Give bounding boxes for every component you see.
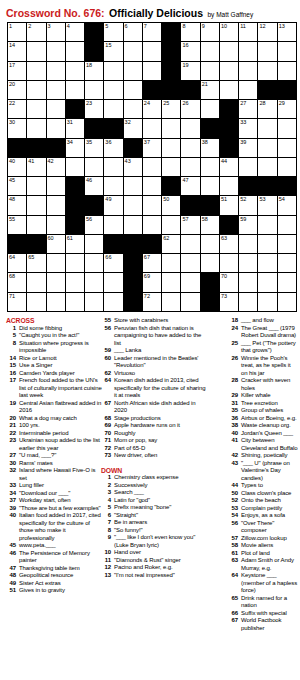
cell-number: 14: [9, 42, 15, 48]
grid-cell[interactable]: [258, 158, 277, 177]
grid-cell[interactable]: 13: [278, 23, 297, 42]
grid-cell[interactable]: [27, 196, 46, 215]
clue-across-32: 32Island where Hawaii Five-O is set: [6, 467, 102, 482]
grid-cell[interactable]: 58: [201, 216, 220, 235]
grid-cell[interactable]: 19: [181, 62, 200, 81]
clue-across-39: 39"Those are but a few examples": [6, 505, 102, 513]
clue-across-48: 48Geopolitical resource: [6, 572, 102, 580]
grid-cell[interactable]: [181, 119, 200, 138]
block-cell: [278, 177, 297, 196]
grid-cell[interactable]: [278, 62, 297, 81]
grid-cell[interactable]: [258, 254, 277, 273]
block-cell: [66, 100, 85, 119]
grid-cell[interactable]: 18: [85, 62, 104, 81]
grid-cell[interactable]: [85, 293, 104, 312]
clue-across-30: 30Rams' mates: [6, 460, 102, 468]
grid-cell[interactable]: [66, 62, 85, 81]
clue-number: 5: [6, 332, 19, 340]
grid-cell[interactable]: [143, 62, 162, 81]
clue-text: Killer whale: [241, 392, 298, 400]
grid-cell[interactable]: [47, 293, 66, 312]
grid-cell[interactable]: [239, 42, 258, 61]
cell-number: 40: [9, 158, 15, 164]
grid-cell[interactable]: 23: [85, 100, 104, 119]
grid-cell[interactable]: [104, 158, 123, 177]
clue-down-64: 64Keystone ___ (member of a hapless forc…: [228, 572, 298, 595]
clue-down-42: 42Shining, poetically: [228, 452, 298, 460]
grid-cell[interactable]: 47: [181, 177, 200, 196]
grid-cell[interactable]: [27, 42, 46, 61]
cell-number: 73: [221, 293, 227, 299]
cell-number: 28: [259, 100, 265, 106]
grid-cell[interactable]: [124, 100, 143, 119]
block-cell: [220, 139, 239, 158]
clue-text: Gives in to gravity: [19, 587, 102, 595]
grid-cell[interactable]: [162, 293, 181, 312]
clue-number: 48: [6, 572, 19, 580]
grid-cell[interactable]: 27: [239, 100, 258, 119]
block-cell: [66, 177, 85, 196]
grid-cell[interactable]: [47, 100, 66, 119]
clue-number: 64: [101, 377, 114, 400]
grid-cell[interactable]: 3: [47, 23, 66, 42]
grid-cell[interactable]: 20: [8, 81, 27, 100]
clue-down-65: 65Drink named for a nation: [228, 595, 298, 610]
grid-cell[interactable]: 54: [278, 196, 297, 215]
clue-text: Plot of land: [241, 550, 298, 558]
grid-cell[interactable]: [162, 119, 181, 138]
grid-cell[interactable]: [47, 81, 66, 100]
clue-text: North African side dish added in 2020: [114, 400, 207, 415]
cell-number: 59: [240, 216, 246, 222]
grid-cell[interactable]: 7: [143, 23, 162, 42]
grid-cell[interactable]: [162, 273, 181, 292]
clue-number: 36: [228, 415, 241, 423]
grid-cell[interactable]: [181, 158, 200, 177]
grid-cell[interactable]: [181, 273, 200, 292]
clue-number: 19: [6, 400, 19, 415]
clue-down-24: 24The Great ___ (1979 Robert Duvall dram…: [228, 325, 298, 340]
clue-number: 29: [228, 392, 241, 400]
clue-number: 73: [101, 452, 114, 460]
clue-text: The Great ___ (1979 Robert Duvall drama): [241, 325, 298, 340]
grid-cell[interactable]: 25: [162, 100, 181, 119]
grid-cell[interactable]: [220, 42, 239, 61]
grid-cell[interactable]: [201, 177, 220, 196]
clue-text: Thanksgiving table item: [19, 565, 102, 573]
clue-down-13: 13"I'm not real impressed": [101, 572, 207, 580]
clue-down-6: 6"Straight": [101, 512, 207, 520]
clue-down-11: 11"Diamonds & Rust" singer: [101, 557, 207, 565]
clue-number: 69: [101, 422, 114, 430]
grid-cell[interactable]: [85, 81, 104, 100]
grid-cell[interactable]: [143, 216, 162, 235]
grid-cell[interactable]: 48: [8, 196, 27, 215]
grid-cell[interactable]: 30: [8, 119, 27, 138]
grid-cell[interactable]: [66, 42, 85, 61]
clue-text: Leader mentioned in the Beatles' "Revolu…: [114, 355, 207, 370]
clue-number: 56: [101, 325, 114, 348]
grid-cell[interactable]: 53: [258, 196, 277, 215]
grid-cell[interactable]: [162, 158, 181, 177]
grid-cell[interactable]: 22: [8, 100, 27, 119]
grid-cell[interactable]: [47, 62, 66, 81]
grid-cell[interactable]: [220, 62, 239, 81]
grid-cell[interactable]: 2: [27, 23, 46, 42]
cell-number: 6: [125, 23, 128, 29]
grid-cell[interactable]: [66, 254, 85, 273]
grid-cell[interactable]: 1: [8, 23, 27, 42]
block-cell: [124, 235, 143, 254]
clue-text: Part of 65-D: [114, 445, 207, 453]
grid-cell[interactable]: [239, 81, 258, 100]
grid-cell[interactable]: [239, 293, 258, 312]
grid-cell[interactable]: 62: [162, 235, 181, 254]
clue-down-35: 35Group of whales: [228, 407, 298, 415]
grid-cell[interactable]: 17: [8, 62, 27, 81]
grid-cell[interactable]: [181, 293, 200, 312]
clue-text: Central Asian flatbread added in 2016: [19, 400, 102, 415]
clue-text: Onto the beach: [241, 497, 298, 505]
grid-cell[interactable]: 14: [8, 42, 27, 61]
cell-number: 61: [67, 235, 73, 241]
grid-cell[interactable]: [278, 235, 297, 254]
clue-number: 70: [101, 430, 114, 438]
grid-cell[interactable]: [201, 235, 220, 254]
grid-cell[interactable]: 28: [258, 100, 277, 119]
block-cell: [143, 235, 162, 254]
clue-text: Did some fibbing: [19, 325, 102, 333]
grid-cell[interactable]: 65: [27, 254, 46, 273]
grid-cell[interactable]: [47, 196, 66, 215]
block-cell: [8, 235, 27, 254]
grid-cell[interactable]: [143, 158, 162, 177]
grid-cell[interactable]: [239, 62, 258, 81]
clue-down-12: 12Pacino and Roker, e.g.: [101, 564, 207, 572]
grid-cell[interactable]: 49: [104, 196, 123, 215]
grid-cell[interactable]: [258, 119, 277, 138]
grid-cell[interactable]: 67: [143, 254, 162, 273]
clue-text: "I'm not real impressed": [114, 572, 207, 580]
clue-number: 57: [228, 535, 241, 543]
grid-cell[interactable]: [278, 273, 297, 292]
grid-cell[interactable]: [27, 293, 46, 312]
grid-cell[interactable]: 9: [201, 23, 220, 42]
clue-across-8: 8Situation where progress is impossible: [6, 340, 102, 355]
grid-cell[interactable]: 29: [278, 100, 297, 119]
cell-number: 13: [279, 23, 285, 29]
grid-cell[interactable]: [258, 62, 277, 81]
grid-cell[interactable]: [201, 62, 220, 81]
grid-cell[interactable]: [27, 216, 46, 235]
clue-number: 14: [6, 355, 19, 363]
clue-text: Virtuoso: [114, 370, 207, 378]
cell-number: 22: [9, 100, 15, 106]
grid-cell[interactable]: 38: [201, 139, 220, 158]
grid-cell[interactable]: [162, 254, 181, 273]
grid-cell[interactable]: [278, 216, 297, 235]
block-cell: [201, 196, 220, 215]
grid-cell[interactable]: [27, 81, 46, 100]
grid-cell[interactable]: 8: [181, 23, 200, 42]
grid-cell[interactable]: [85, 254, 104, 273]
grid-cell[interactable]: [104, 100, 123, 119]
grid-cell[interactable]: 66: [104, 254, 123, 273]
grid-cell[interactable]: 68: [8, 273, 27, 292]
grid-cell[interactable]: [104, 81, 123, 100]
grid-cell[interactable]: [47, 42, 66, 61]
grid-cell[interactable]: 39: [239, 139, 258, 158]
grid-cell[interactable]: 41: [27, 158, 46, 177]
grid-cell[interactable]: [201, 158, 220, 177]
clue-across-51: 51Gives in to gravity: [6, 587, 102, 595]
block-cell: [162, 62, 181, 81]
clue-number: 17: [6, 377, 19, 400]
grid-cell[interactable]: 44: [220, 158, 239, 177]
cell-number: 37: [144, 139, 150, 145]
grid-cell[interactable]: [27, 177, 46, 196]
clue-text: Rams' mates: [19, 460, 102, 468]
grid-cell[interactable]: [66, 81, 85, 100]
grid-cell[interactable]: [258, 293, 277, 312]
clue-across-60: 60Leader mentioned in the Beatles' "Revo…: [101, 355, 207, 370]
grid-cell[interactable]: 31: [66, 119, 85, 138]
clue-text: Ukrainian soup added to the list earlier…: [19, 437, 102, 452]
grid-cell[interactable]: [27, 100, 46, 119]
cell-number: 60: [48, 235, 54, 241]
grid-cell[interactable]: 42: [47, 158, 66, 177]
grid-cell[interactable]: 46: [85, 177, 104, 196]
grid-cell[interactable]: [220, 177, 239, 196]
grid-cell[interactable]: 71: [8, 293, 27, 312]
block-cell: [124, 139, 143, 158]
grid-cell[interactable]: [201, 254, 220, 273]
grid-cell[interactable]: [258, 42, 277, 61]
clue-across-34: 34"Download our ___": [6, 490, 102, 498]
block-cell: [201, 273, 220, 292]
grid-cell[interactable]: 59: [239, 216, 258, 235]
grid-cell[interactable]: [201, 100, 220, 119]
clue-number: 53: [228, 505, 241, 513]
grid-cell[interactable]: 64: [8, 254, 27, 273]
grid-cell[interactable]: 5: [104, 23, 123, 42]
grid-cell[interactable]: 50: [162, 196, 181, 215]
clue-number: 59: [101, 347, 114, 355]
grid-cell[interactable]: [278, 293, 297, 312]
clue-text: Latin for "god": [114, 497, 207, 505]
grid-cell[interactable]: [201, 42, 220, 61]
cell-number: 11: [240, 23, 246, 29]
clue-number: 60: [101, 355, 114, 370]
clue-number: 64: [228, 572, 241, 595]
cell-number: 64: [9, 254, 15, 260]
clue-down-26: 26Winnie the Pooh's treat, as he spells …: [228, 355, 298, 378]
grid-cell[interactable]: [239, 254, 258, 273]
clue-across-16: 16Camden Yards player: [6, 370, 102, 378]
cell-number: 5: [105, 23, 108, 29]
grid-cell[interactable]: 6: [124, 23, 143, 42]
grid-cell[interactable]: 10: [220, 23, 239, 42]
grid-cell[interactable]: [104, 293, 123, 312]
grid-cell[interactable]: 40: [8, 158, 27, 177]
clue-number: 35: [228, 407, 241, 415]
grid-cell[interactable]: [181, 254, 200, 273]
clue-down-31: 31Tree excretion: [228, 400, 298, 408]
grid-cell[interactable]: [47, 177, 66, 196]
grid-cell[interactable]: 24: [143, 100, 162, 119]
grid-cell[interactable]: [143, 119, 162, 138]
grid-cell[interactable]: [278, 42, 297, 61]
clue-number: 72: [101, 445, 114, 453]
clue-number: 12: [101, 564, 114, 572]
grid-cell[interactable]: 63: [220, 235, 239, 254]
grid-cell[interactable]: [181, 235, 200, 254]
clue-down-36: 36Airbus or Boeing, e.g.: [228, 415, 298, 423]
grid-cell[interactable]: 33: [239, 119, 258, 138]
grid-cell[interactable]: [85, 235, 104, 254]
grid-cell[interactable]: [278, 254, 297, 273]
grid-cell[interactable]: 12: [258, 23, 277, 42]
grid-cell[interactable]: [27, 62, 46, 81]
clue-text: Workday start, often: [19, 497, 102, 505]
grid-cell[interactable]: 56: [85, 216, 104, 235]
block-cell: [258, 177, 277, 196]
grid-cell[interactable]: 37: [143, 139, 162, 158]
grid-cell[interactable]: [143, 177, 162, 196]
grid-cell[interactable]: 16: [181, 42, 200, 61]
grid-cell[interactable]: [258, 273, 277, 292]
grid-cell[interactable]: 36: [104, 139, 123, 158]
grid-cell[interactable]: 60: [47, 235, 66, 254]
clue-number: 44: [228, 482, 241, 490]
grid-cell[interactable]: 34: [66, 139, 85, 158]
grid-cell[interactable]: [47, 216, 66, 235]
grid-cell[interactable]: [124, 196, 143, 215]
grid-cell[interactable]: [258, 235, 277, 254]
down-header: DOWN: [101, 467, 207, 475]
grid-cell[interactable]: [258, 216, 277, 235]
block-cell: [47, 139, 66, 158]
cell-number: 46: [86, 177, 92, 183]
grid-cell[interactable]: 15: [104, 42, 123, 61]
grid-cell[interactable]: [239, 273, 258, 292]
clue-number: 30: [6, 460, 19, 468]
grid-cell[interactable]: [66, 293, 85, 312]
grid-cell[interactable]: 73: [220, 293, 239, 312]
grid-cell[interactable]: 52: [239, 196, 258, 215]
grid-cell[interactable]: [278, 119, 297, 138]
block-cell: [104, 235, 123, 254]
grid-cell[interactable]: [124, 177, 143, 196]
grid-cell[interactable]: [162, 216, 181, 235]
grid-cell[interactable]: [85, 273, 104, 292]
grid-cell[interactable]: [220, 81, 239, 100]
grid-cell[interactable]: [66, 158, 85, 177]
clue-down-3: 3Search ___: [101, 489, 207, 497]
clue-down-44: 44Types to: [228, 482, 298, 490]
grid-cell[interactable]: [220, 254, 239, 273]
cell-number: 38: [202, 139, 208, 145]
grid-cell[interactable]: [47, 254, 66, 273]
grid-cell[interactable]: [278, 158, 297, 177]
grid-cell[interactable]: 57: [181, 216, 200, 235]
block-cell: [162, 81, 181, 100]
grid-cell[interactable]: [104, 62, 123, 81]
grid-cell[interactable]: 55: [8, 216, 27, 235]
grid-cell[interactable]: 51: [220, 196, 239, 215]
grid-cell[interactable]: 61: [66, 235, 85, 254]
clue-across-37: 37Workday start, often: [6, 497, 102, 505]
grid-cell[interactable]: [66, 273, 85, 292]
grid-cell[interactable]: [85, 158, 104, 177]
grid-cell[interactable]: 72: [143, 293, 162, 312]
block-cell: [162, 23, 181, 42]
block-cell: [124, 293, 143, 312]
grid-cell[interactable]: [143, 42, 162, 61]
grid-cell[interactable]: 69: [143, 273, 162, 292]
grid-cell[interactable]: 35: [85, 139, 104, 158]
clue-number: 1: [6, 325, 19, 333]
grid-cell[interactable]: [181, 139, 200, 158]
clue-number: 62: [101, 370, 114, 378]
cell-number: 24: [144, 100, 150, 106]
grid-cell[interactable]: 70: [220, 273, 239, 292]
grid-cell[interactable]: [124, 216, 143, 235]
grid-cell[interactable]: [104, 216, 123, 235]
clue-down-10: 10Hand over: [101, 549, 207, 557]
grid-cell[interactable]: 45: [8, 177, 27, 196]
grid-cell[interactable]: 43: [124, 158, 143, 177]
cell-number: 65: [28, 254, 34, 260]
grid-cell[interactable]: 26: [181, 100, 200, 119]
grid-cell[interactable]: [27, 273, 46, 292]
grid-cell[interactable]: [104, 273, 123, 292]
clue-across-15: 15Use a Singer: [6, 362, 102, 370]
cell-number: 21: [202, 81, 208, 87]
grid-cell[interactable]: [124, 81, 143, 100]
cell-number: 72: [144, 293, 150, 299]
clue-number: 68: [101, 415, 114, 423]
grid-cell[interactable]: [124, 62, 143, 81]
grid-cell[interactable]: 21: [201, 81, 220, 100]
grid-cell[interactable]: [104, 177, 123, 196]
grid-cell[interactable]: 32: [124, 119, 143, 138]
clue-text: Group of whales: [241, 407, 298, 415]
grid-cell[interactable]: [278, 139, 297, 158]
clue-text: Interminable period: [19, 430, 102, 438]
clue-number: 15: [6, 362, 19, 370]
grid-cell[interactable]: [124, 42, 143, 61]
cell-number: 20: [9, 81, 15, 87]
grid-cell[interactable]: [239, 158, 258, 177]
block-cell: [201, 119, 220, 138]
grid-cell[interactable]: 4: [66, 23, 85, 42]
clue-text: "U mad, ___?": [19, 452, 102, 460]
clue-text: "Over There" composer: [241, 520, 298, 535]
clue-number: 65: [228, 595, 241, 610]
grid-cell[interactable]: [239, 235, 258, 254]
grid-cell[interactable]: [258, 139, 277, 158]
grid-cell[interactable]: [143, 196, 162, 215]
grid-cell[interactable]: [47, 119, 66, 138]
grid-cell[interactable]: 11: [239, 23, 258, 42]
grid-cell[interactable]: [47, 273, 66, 292]
clue-text: "Straight": [114, 512, 207, 520]
grid-cell[interactable]: [162, 139, 181, 158]
grid-cell[interactable]: [27, 119, 46, 138]
cell-number: 35: [86, 139, 92, 145]
clue-across-49: 49Sister Act extras: [6, 580, 102, 588]
